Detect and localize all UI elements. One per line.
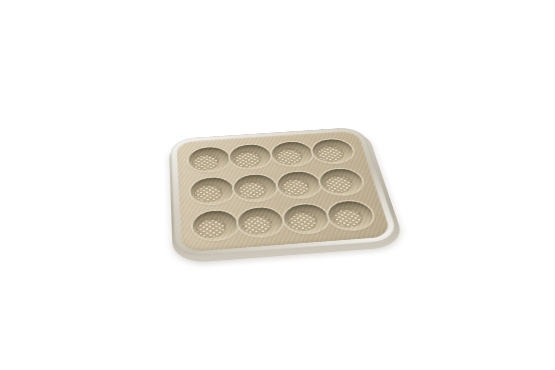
muffin-cup — [192, 209, 239, 241]
cup-bottom-dots — [196, 218, 226, 239]
pan-rim — [171, 127, 400, 258]
cup-bottom-dots — [323, 175, 354, 193]
cup-bottom-dots — [242, 214, 273, 234]
cup-grid — [187, 136, 378, 245]
muffin-pan — [171, 127, 400, 258]
cup-bottom-dots — [315, 145, 344, 162]
muffin-cup — [188, 146, 231, 173]
muffin-cup — [190, 176, 235, 205]
cup-bottom-dots — [233, 151, 261, 168]
cup-bottom-dots — [192, 153, 219, 170]
pan-scene — [0, 0, 555, 370]
cup-bottom-dots — [194, 184, 223, 203]
muffin-cup — [270, 141, 315, 167]
muffin-cup — [318, 168, 366, 196]
cup-bottom-dots — [237, 181, 266, 200]
muffin-cup — [229, 144, 273, 170]
muffin-cup — [310, 138, 356, 164]
cup-bottom-dots — [331, 208, 364, 228]
muffin-cup — [237, 206, 285, 238]
product-photo — [0, 0, 555, 370]
cup-bottom-dots — [275, 148, 304, 165]
cup-bottom-dots — [287, 211, 319, 231]
pan-surface — [176, 130, 392, 252]
muffin-cup — [326, 200, 377, 231]
cup-bottom-dots — [280, 178, 310, 196]
muffin-cup — [281, 203, 331, 234]
muffin-cup — [275, 171, 322, 200]
muffin-cup — [233, 173, 279, 202]
